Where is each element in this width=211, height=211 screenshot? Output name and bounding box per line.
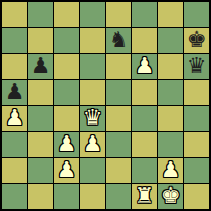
square-f1[interactable]: ♜ [132, 184, 157, 209]
square-h8[interactable] [184, 2, 209, 27]
square-g1[interactable]: ♚ [158, 184, 183, 209]
square-e5[interactable] [106, 80, 131, 105]
square-g2[interactable]: ♟ [158, 158, 183, 183]
square-b5[interactable] [28, 80, 53, 105]
square-h4[interactable] [184, 106, 209, 131]
square-d7[interactable] [80, 28, 105, 53]
square-g7[interactable] [158, 28, 183, 53]
square-d4[interactable]: ♛ [80, 106, 105, 131]
piece-white-pawn[interactable]: ♟ [57, 158, 77, 182]
square-b8[interactable] [28, 2, 53, 27]
square-a8[interactable] [2, 2, 27, 27]
square-a3[interactable] [2, 132, 27, 157]
square-g8[interactable] [158, 2, 183, 27]
square-c8[interactable] [54, 2, 79, 27]
square-c7[interactable] [54, 28, 79, 53]
square-h2[interactable] [184, 158, 209, 183]
square-f3[interactable] [132, 132, 157, 157]
square-b2[interactable] [28, 158, 53, 183]
square-e1[interactable] [106, 184, 131, 209]
square-f7[interactable] [132, 28, 157, 53]
square-e8[interactable] [106, 2, 131, 27]
square-h1[interactable] [184, 184, 209, 209]
piece-black-queen[interactable]: ♛ [187, 54, 207, 78]
square-b4[interactable] [28, 106, 53, 131]
square-d6[interactable] [80, 54, 105, 79]
piece-white-queen[interactable]: ♛ [83, 106, 103, 130]
square-d5[interactable] [80, 80, 105, 105]
square-c5[interactable] [54, 80, 79, 105]
square-b1[interactable] [28, 184, 53, 209]
piece-white-rook[interactable]: ♜ [135, 184, 155, 208]
square-e4[interactable] [106, 106, 131, 131]
square-e6[interactable] [106, 54, 131, 79]
square-f4[interactable] [132, 106, 157, 131]
square-g3[interactable] [158, 132, 183, 157]
square-a5[interactable]: ♟ [2, 80, 27, 105]
piece-white-pawn[interactable]: ♟ [57, 132, 77, 156]
piece-black-king[interactable]: ♚ [187, 28, 207, 52]
square-f6[interactable]: ♟ [132, 54, 157, 79]
square-b6[interactable]: ♟ [28, 54, 53, 79]
square-h7[interactable]: ♚ [184, 28, 209, 53]
square-d3[interactable]: ♟ [80, 132, 105, 157]
square-c4[interactable] [54, 106, 79, 131]
piece-white-pawn[interactable]: ♟ [135, 54, 155, 78]
square-c2[interactable]: ♟ [54, 158, 79, 183]
square-a1[interactable] [2, 184, 27, 209]
square-f2[interactable] [132, 158, 157, 183]
square-a2[interactable] [2, 158, 27, 183]
square-g4[interactable] [158, 106, 183, 131]
square-f5[interactable] [132, 80, 157, 105]
square-d2[interactable] [80, 158, 105, 183]
square-c1[interactable] [54, 184, 79, 209]
square-a4[interactable]: ♟ [2, 106, 27, 131]
square-d1[interactable] [80, 184, 105, 209]
square-e3[interactable] [106, 132, 131, 157]
square-c6[interactable] [54, 54, 79, 79]
square-g5[interactable] [158, 80, 183, 105]
square-a7[interactable] [2, 28, 27, 53]
square-b7[interactable] [28, 28, 53, 53]
square-e2[interactable] [106, 158, 131, 183]
square-d8[interactable] [80, 2, 105, 27]
square-f8[interactable] [132, 2, 157, 27]
piece-black-knight[interactable]: ♞ [109, 28, 129, 52]
square-h3[interactable] [184, 132, 209, 157]
square-h5[interactable] [184, 80, 209, 105]
square-a6[interactable] [2, 54, 27, 79]
piece-black-pawn[interactable]: ♟ [31, 54, 51, 78]
square-c3[interactable]: ♟ [54, 132, 79, 157]
piece-black-pawn[interactable]: ♟ [5, 80, 25, 104]
square-g6[interactable] [158, 54, 183, 79]
piece-white-king[interactable]: ♚ [161, 184, 181, 208]
piece-white-pawn[interactable]: ♟ [5, 106, 25, 130]
piece-white-pawn[interactable]: ♟ [161, 158, 181, 182]
piece-white-pawn[interactable]: ♟ [83, 132, 103, 156]
square-b3[interactable] [28, 132, 53, 157]
square-e7[interactable]: ♞ [106, 28, 131, 53]
chess-board: ♞♚♟♟♛♟♟♛♟♟♟♟♜♚ [0, 0, 211, 211]
square-h6[interactable]: ♛ [184, 54, 209, 79]
